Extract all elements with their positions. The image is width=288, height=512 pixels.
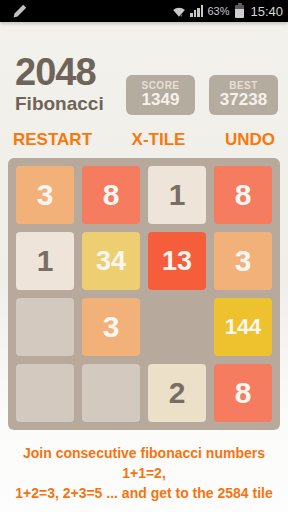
- cell-r4c3: 2: [148, 364, 206, 422]
- cell-r2c1: 1: [16, 232, 74, 290]
- undo-button[interactable]: UNDO: [225, 130, 275, 150]
- app-screen: 63% 15:40 2048 Fibonacci SCORE 1349 BEST…: [0, 0, 288, 512]
- cell-r2c2: 34: [82, 232, 140, 290]
- battery-icon: [235, 5, 244, 18]
- app-title: 2048: [15, 55, 104, 89]
- cell-r1c3: 1: [148, 166, 206, 224]
- pencil-icon: [12, 3, 28, 19]
- cell-r3c1: [16, 298, 74, 356]
- cell-r1c4: 8: [214, 166, 272, 224]
- signal-icon: [190, 5, 203, 17]
- hint-text: Join consecutive fibonacci numbers 1+1=2…: [0, 443, 288, 503]
- cell-r4c4: 8: [214, 364, 272, 422]
- score-box: SCORE 1349: [126, 75, 195, 115]
- xtile-button[interactable]: X-TILE: [132, 130, 186, 150]
- score-boxes: SCORE 1349 BEST 37238: [126, 75, 278, 115]
- cell-r1c2: 8: [82, 166, 140, 224]
- restart-button[interactable]: RESTART: [13, 130, 92, 150]
- cell-r3c3: [148, 298, 206, 356]
- cell-r3c4: 144: [214, 298, 272, 356]
- battery-percent-label: 63%: [207, 5, 229, 17]
- clock-label: 15:40: [250, 4, 283, 19]
- cell-r2c3: 13: [148, 232, 206, 290]
- cell-r4c2: [82, 364, 140, 422]
- cell-r3c2: 3: [82, 298, 140, 356]
- game-board[interactable]: 3 8 1 8 1 34 13 3 3 144 2 8: [8, 158, 280, 430]
- header: 2048 Fibonacci SCORE 1349 BEST 37238: [0, 22, 288, 122]
- status-bar: 63% 15:40: [0, 0, 288, 22]
- cell-r1c1: 3: [16, 166, 74, 224]
- menu-row: RESTART X-TILE UNDO: [0, 122, 288, 158]
- score-value: 1349: [142, 91, 180, 109]
- status-bar-right: 63% 15:40: [172, 4, 283, 19]
- hint-line-1: Join consecutive fibonacci numbers 1+1=2…: [0, 443, 288, 483]
- title-block: 2048 Fibonacci: [15, 55, 104, 115]
- hint-line-2: 1+2=3, 2+3=5 ... and get to the 2584 til…: [0, 483, 288, 503]
- best-box: BEST 37238: [209, 75, 278, 115]
- wifi-icon: [172, 5, 186, 18]
- cell-r4c1: [16, 364, 74, 422]
- cell-r2c4: 3: [214, 232, 272, 290]
- best-value: 37238: [220, 91, 267, 109]
- app-subtitle: Fibonacci: [15, 93, 104, 115]
